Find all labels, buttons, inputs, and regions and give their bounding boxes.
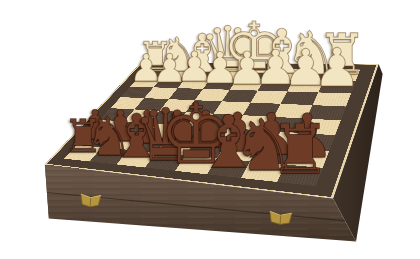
square-h8 bbox=[277, 165, 322, 187]
square-h1 bbox=[324, 69, 360, 81]
chess-set-photo: ♜♞♝♛♚♝♞♜♟♟♟♟♟♟♟♟♟♟♟♟♟♟♟♟♜♞♝♛♚♝♞♜ bbox=[0, 0, 420, 259]
square-h2 bbox=[318, 80, 355, 93]
